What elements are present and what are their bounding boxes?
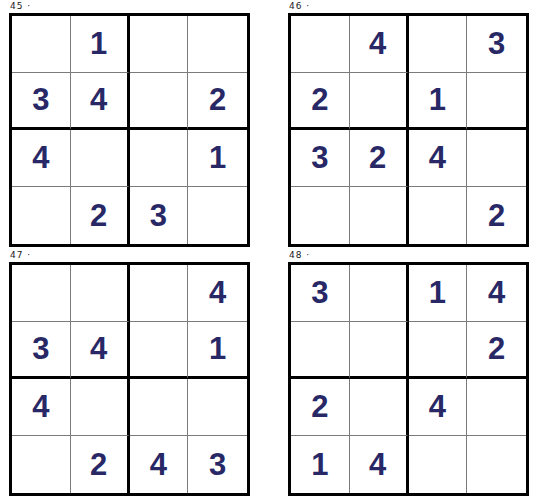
cell — [12, 16, 71, 73]
cell — [409, 322, 468, 379]
cell — [350, 265, 409, 322]
cell — [12, 265, 71, 322]
cell: 3 — [467, 16, 526, 73]
cell — [467, 130, 526, 187]
cell — [12, 187, 71, 244]
cell: 4 — [71, 73, 130, 130]
cell — [188, 16, 247, 73]
cell — [130, 130, 189, 187]
cell: 4 — [12, 130, 71, 187]
cell — [291, 187, 350, 244]
cell: 4 — [409, 130, 468, 187]
cell — [409, 436, 468, 493]
cell: 4 — [12, 379, 71, 436]
cell: 1 — [71, 16, 130, 73]
cell: 4 — [71, 322, 130, 379]
puzzle-46-label: 46 · — [289, 1, 529, 13]
cell — [130, 322, 189, 379]
cell: 2 — [71, 436, 130, 493]
cell: 4 — [409, 379, 468, 436]
cell — [467, 379, 526, 436]
cell: 3 — [291, 265, 350, 322]
cell — [291, 16, 350, 73]
puzzle-46: 46 · 4 3 2 1 3 2 4 2 — [288, 1, 529, 250]
cell — [130, 379, 189, 436]
puzzle-48: 48 · 3 1 4 2 2 4 1 4 — [288, 250, 529, 499]
cell — [350, 379, 409, 436]
cell: 1 — [291, 436, 350, 493]
cell: 3 — [130, 187, 189, 244]
cell — [12, 436, 71, 493]
cell: 2 — [350, 130, 409, 187]
cell: 4 — [130, 436, 189, 493]
cell: 2 — [71, 187, 130, 244]
cell: 2 — [291, 379, 350, 436]
cell: 3 — [12, 322, 71, 379]
cell — [467, 436, 526, 493]
cell — [291, 322, 350, 379]
puzzle-46-board: 4 3 2 1 3 2 4 2 — [288, 13, 529, 247]
cell — [350, 187, 409, 244]
cell — [71, 379, 130, 436]
cell: 3 — [12, 73, 71, 130]
cell: 1 — [188, 130, 247, 187]
cell — [188, 187, 247, 244]
cell — [71, 130, 130, 187]
cell: 3 — [188, 436, 247, 493]
puzzle-47: 47 · 4 3 4 1 4 2 4 3 — [9, 250, 250, 499]
cell: 4 — [350, 16, 409, 73]
cell — [130, 73, 189, 130]
cell: 4 — [350, 436, 409, 493]
cell: 4 — [188, 265, 247, 322]
cell — [350, 73, 409, 130]
cell — [71, 265, 130, 322]
cell: 1 — [409, 73, 468, 130]
cell: 4 — [467, 265, 526, 322]
cell: 1 — [409, 265, 468, 322]
cell — [409, 16, 468, 73]
cell: 1 — [188, 322, 247, 379]
cell: 2 — [467, 187, 526, 244]
cell — [350, 322, 409, 379]
puzzle-48-label: 48 · — [289, 250, 529, 262]
cell — [130, 16, 189, 73]
cell — [467, 73, 526, 130]
cell: 2 — [188, 73, 247, 130]
puzzle-48-board: 3 1 4 2 2 4 1 4 — [288, 262, 529, 496]
puzzle-47-board: 4 3 4 1 4 2 4 3 — [9, 262, 250, 496]
cell — [188, 379, 247, 436]
puzzle-45: 45 · 1 3 4 2 4 1 2 3 — [9, 1, 250, 250]
sudoku-sheet: 45 · 1 3 4 2 4 1 2 3 46 · 4 3 2 — [0, 0, 542, 500]
puzzle-45-board: 1 3 4 2 4 1 2 3 — [9, 13, 250, 247]
cell: 2 — [467, 322, 526, 379]
puzzle-47-label: 47 · — [10, 250, 250, 262]
cell: 3 — [291, 130, 350, 187]
cell: 2 — [291, 73, 350, 130]
puzzle-45-label: 45 · — [10, 1, 250, 13]
cell — [130, 265, 189, 322]
cell — [409, 187, 468, 244]
